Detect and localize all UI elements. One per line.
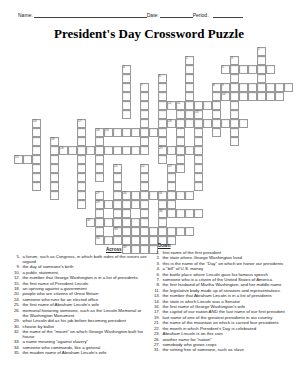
clue-text: the maiden name of Abraham Lincoln's wif… [23, 350, 148, 355]
grid-cell [104, 218, 113, 227]
clue-text: the number that George Washington is in … [23, 275, 148, 280]
clue-number: 10. [10, 270, 23, 275]
grid-cell [104, 236, 113, 245]
grid-cell [185, 83, 194, 92]
grid-cell [149, 227, 158, 236]
grid-cell [176, 119, 185, 128]
clue-item: 33.a name meaning "against slavery" [10, 339, 147, 344]
clue-text: someone who is a citizen of the United S… [163, 277, 297, 282]
clue-item: 1.first name of the first president [150, 250, 296, 255]
cell-number: 15 [15, 156, 19, 159]
grid-cell [176, 209, 185, 218]
date-blank-line [160, 11, 193, 18]
cell-number: 5 [222, 66, 224, 69]
grid-cell [77, 128, 86, 137]
grid-cell [140, 128, 149, 137]
clue-number: 25. [10, 302, 23, 307]
cell-number: 3 [231, 57, 233, 60]
clue-item: 10.a public statement, [10, 270, 147, 275]
grid-cell [131, 128, 140, 137]
clue-item: 7.someone who is a citizen of the United… [150, 277, 296, 282]
clue-item: 16.the first name of George Washington's… [150, 304, 296, 309]
grid-cell [113, 209, 122, 218]
grid-cell [257, 74, 266, 83]
grid-cell [158, 128, 167, 137]
grid-cell [212, 110, 221, 119]
grid-cell [284, 83, 293, 92]
clue-item: 15.the first name of President Lincoln [10, 281, 147, 286]
grid-cell [77, 137, 86, 146]
grid-cell [257, 56, 266, 65]
grid-cell [167, 182, 176, 191]
clue-text: memorial honoring someone, such as the L… [23, 308, 148, 318]
cell-number: 17 [78, 120, 82, 123]
clue-number: 27. [150, 342, 163, 347]
grid-cell [230, 74, 239, 83]
grid-cell [140, 146, 149, 155]
grid-cell [122, 92, 131, 101]
grid-cell [266, 92, 275, 101]
clue-item: 31.the setting free of someone, such as … [150, 347, 296, 352]
grid-cell [32, 146, 41, 155]
grid-cell [140, 191, 149, 200]
cell-number: 2 [186, 57, 188, 60]
clue-text: the battle place where Lincoln gave his … [163, 272, 297, 277]
grid-cell [68, 146, 77, 155]
clue-number: 7. [150, 277, 163, 282]
clue-item: 9.the day of someone's birth [10, 264, 147, 269]
clue-item: 26.another name for "nation" [150, 337, 296, 342]
grid-cell [185, 92, 194, 101]
cell-number: 33 [114, 228, 118, 231]
grid-cell [122, 83, 131, 92]
grid-cell [113, 236, 122, 245]
grid-cell [194, 209, 203, 218]
page-title: President's Day Crossword Puzzle [0, 26, 298, 42]
clue-number: 33. [10, 339, 23, 344]
grid-cell [131, 236, 140, 245]
grid-cell [158, 101, 167, 110]
grid-cell [77, 155, 86, 164]
grid-cell [140, 101, 149, 110]
grid-cell [194, 164, 203, 173]
grid-cell [149, 191, 158, 200]
grid-cell [221, 119, 230, 128]
grid-cell [275, 83, 284, 92]
grid-cell [50, 155, 59, 164]
cell-number: 26 [123, 192, 127, 195]
grid-cell [185, 146, 194, 155]
grid-cell [32, 164, 41, 173]
clue-item: 26.memorial honoring someone, such as th… [10, 308, 147, 318]
grid-cell [248, 92, 257, 101]
grid-cell [176, 164, 185, 173]
grid-cell [239, 83, 248, 92]
clue-number: 21. [150, 320, 163, 325]
grid-cell [131, 191, 140, 200]
grid-cell [140, 110, 149, 119]
clue-text: a "bill" of U.S. money [163, 266, 297, 271]
cell-number: 29 [96, 201, 100, 204]
cell-number: 32 [87, 219, 91, 222]
down-header: Down [158, 243, 296, 248]
grid-cell [185, 119, 194, 128]
grid-cell [176, 191, 185, 200]
grid-cell [149, 128, 158, 137]
cell-number: 7 [141, 84, 143, 87]
grid-cell [122, 209, 131, 218]
clue-item: 13.the number that Abraham Lincoln is in… [150, 293, 296, 298]
clue-text: someone who commands, like a general [23, 345, 148, 350]
grid-cell [122, 110, 131, 119]
cell-number: 8 [213, 84, 215, 87]
clue-text: the first name of Abraham Lincoln's wife [23, 302, 148, 307]
grid-cell [95, 164, 104, 173]
clue-item: 25.the first name of Abraham Lincoln's w… [10, 302, 147, 307]
grid-cell [176, 227, 185, 236]
clue-item: 24.someone who runs for an elected offic… [10, 297, 147, 302]
grid-cell [167, 146, 176, 155]
clue-text: the first name of President Lincoln [23, 281, 148, 286]
grid-cell [50, 191, 59, 200]
grid-cell [167, 209, 176, 218]
grid-cell [212, 92, 221, 101]
grid-cell [113, 200, 122, 209]
clue-number: 32. [10, 329, 23, 339]
grid-cell [167, 173, 176, 182]
grid-cell [194, 182, 203, 191]
clue-number: 4. [150, 266, 163, 271]
grid-cell [176, 110, 185, 119]
grid-cell [131, 146, 140, 155]
grid-cell [95, 227, 104, 236]
grid-cell [158, 92, 167, 101]
grid-cell [122, 200, 131, 209]
grid-cell [122, 227, 131, 236]
grid-cell [113, 218, 122, 227]
cell-number: 11 [177, 102, 180, 105]
crossword-grid: 1234567891011121314151617181920212223242… [14, 47, 294, 255]
grid-cell [122, 236, 131, 245]
grid-cell [140, 137, 149, 146]
grid-cell [77, 191, 86, 200]
grid-cell [77, 164, 86, 173]
clue-text: the first name of George Washington's wi… [163, 304, 297, 309]
clue-number: 23. [150, 331, 163, 336]
clue-item: 3.this is the name of the "Day" on which… [150, 261, 296, 266]
grid-cell [248, 83, 257, 92]
grid-cell [257, 83, 266, 92]
clue-number: 3. [150, 261, 163, 266]
grid-cell [176, 155, 185, 164]
grid-cell [185, 227, 194, 236]
cell-number: 21 [114, 165, 118, 168]
grid-cell [140, 236, 149, 245]
grid-cell [140, 200, 149, 209]
grid-cell [32, 173, 41, 182]
grid-cell [212, 101, 221, 110]
grid-cell [140, 182, 149, 191]
clue-item: 22.the month in which President's Day is… [150, 326, 296, 331]
clue-text: the name of the mountain on which is car… [163, 320, 297, 325]
grid-cell [50, 182, 59, 191]
grid-cell [122, 128, 131, 137]
grid-cell [32, 128, 41, 137]
grid-cell [158, 218, 167, 227]
clue-number: 6. [150, 272, 163, 277]
grid-cell [194, 173, 203, 182]
grid-cell [185, 209, 194, 218]
grid-cell [185, 110, 194, 119]
cell-number: 31 [159, 192, 163, 195]
period-blank-line [213, 11, 243, 18]
clue-number: 5. [10, 254, 23, 264]
grid-cell [230, 128, 239, 137]
grid-cell [176, 128, 185, 137]
clue-text: a public statement, [23, 270, 148, 275]
clue-text: someone who runs for an elected office [23, 297, 148, 302]
grid-cell [131, 227, 140, 236]
clue-number: 18. [10, 286, 23, 291]
grid-cell [275, 92, 284, 101]
clue-number: 1. [150, 250, 163, 255]
clue-text: this is the name of the "Day" on which w… [163, 261, 297, 266]
grid-cell [185, 65, 194, 74]
grid-cell [167, 200, 176, 209]
grid-cell [257, 65, 266, 74]
grid-cell [230, 83, 239, 92]
grid-cell [194, 146, 203, 155]
grid-cell [185, 191, 194, 200]
clue-number: 9. [10, 264, 23, 269]
cell-number: 24 [60, 147, 64, 150]
clue-item: 12.the number that George Washington is … [10, 275, 147, 280]
grid-cell [239, 92, 248, 101]
grid-cell [176, 137, 185, 146]
clue-item: 4.a "bill" of U.S. money [150, 266, 296, 271]
across-clue-list: Across 5.a forum, such as Congress, in w… [10, 247, 147, 356]
clue-text: people who are citizens of Great Britain [23, 291, 148, 296]
grid-cell [50, 164, 59, 173]
cell-number: 6 [159, 75, 161, 78]
clue-text: the capitol of our nation AND the last n… [163, 309, 297, 314]
grid-cell [140, 92, 149, 101]
cell-number: 4 [123, 66, 125, 69]
grid-cell [248, 65, 257, 74]
grid-cell [230, 92, 239, 101]
grid-cell [158, 200, 167, 209]
grid-cell [122, 146, 131, 155]
cell-number: 10 [222, 93, 226, 96]
clue-text: choose by ballot [23, 324, 148, 329]
grid-cell [86, 146, 95, 155]
clue-item: 19.last name of one of the greatest pres… [150, 315, 296, 320]
cell-number: 25 [159, 147, 163, 150]
cell-number: 18 [168, 120, 172, 123]
grid-cell [230, 137, 239, 146]
grid-cell [95, 209, 104, 218]
grid-cell [266, 83, 275, 92]
grid-cell [95, 173, 104, 182]
grid-cell [158, 227, 167, 236]
grid-cell [77, 173, 86, 182]
grid-cell [23, 155, 32, 164]
grid-cell [176, 146, 185, 155]
clue-number: 16. [150, 304, 163, 309]
grid-cell [257, 92, 266, 101]
clue-item: 29.what Lincoln did as his job before be… [10, 318, 147, 323]
clue-item: 8.the first husband of Martha Washington… [150, 282, 296, 287]
clue-item: 21.the name of the mountain on which is … [150, 320, 296, 325]
grid-cell [266, 65, 275, 74]
grid-cell [230, 65, 239, 74]
grid-cell [140, 173, 149, 182]
grid-cell [158, 110, 167, 119]
clue-text: what Lincoln did as his job before becom… [23, 318, 148, 323]
down-clue-list: Down 1.first name of the first president… [150, 243, 296, 353]
grid-cell [230, 119, 239, 128]
grid-cell [77, 200, 86, 209]
clue-number: 26. [150, 337, 163, 342]
grid-cell [239, 65, 248, 74]
clue-number: 12. [10, 275, 23, 280]
grid-cell [122, 101, 131, 110]
cell-number: 35 [123, 246, 127, 249]
clue-number: 19. [150, 315, 163, 320]
grid-cell [203, 101, 212, 110]
clue-text: last name of one of the greatest preside… [163, 315, 297, 320]
grid-cell [239, 119, 248, 128]
clue-number: 8. [150, 282, 163, 287]
grid-cell [113, 173, 122, 182]
grid-cell [32, 155, 41, 164]
grid-cell [50, 146, 59, 155]
grid-cell [113, 146, 122, 155]
grid-cell [140, 209, 149, 218]
cell-number: 30 [159, 210, 163, 213]
clue-text: first name of the first president [163, 250, 297, 255]
clue-text: the setting free of someone, such as sla… [163, 347, 297, 352]
grid-cell [95, 137, 104, 146]
grid-cell [140, 227, 149, 236]
clue-text: the state in which Lincoln was a Senator [163, 299, 297, 304]
grid-cell [122, 218, 131, 227]
grid-cell [158, 119, 167, 128]
grid-cell [140, 218, 149, 227]
clue-item: 2.the state where George Washington live… [150, 255, 296, 260]
clue-number: 35. [10, 350, 23, 355]
grid-cell [185, 101, 194, 110]
period-label: Period: [193, 13, 210, 18]
grid-cell [32, 137, 41, 146]
clue-item: 32.the name of the "mount" on which Geor… [10, 329, 147, 339]
clue-item: 23.Abraham Lincoln is on this coin [150, 331, 296, 336]
grid-cell [95, 218, 104, 227]
grid-cell [158, 83, 167, 92]
clue-item: 34.someone who commands, like a general [10, 345, 147, 350]
clue-item: 27.somebody who grows crops [150, 342, 296, 347]
grid-cell [158, 155, 167, 164]
grid-cell [194, 101, 203, 110]
clue-item: 11.the legislative body made up of senat… [150, 288, 296, 293]
grid-cell [32, 182, 41, 191]
grid-cell [167, 191, 176, 200]
clue-number: 2. [150, 255, 163, 260]
grid-cell [185, 74, 194, 83]
cell-number: 16 [96, 129, 100, 132]
cell-number: 23 [168, 165, 172, 168]
clue-item: 14.the state in which Lincoln was a Sena… [150, 299, 296, 304]
cell-number: 19 [51, 138, 55, 141]
grid-cell [131, 200, 140, 209]
clue-text: the day of someone's birth [23, 264, 148, 269]
clue-text: the state where George Washington lived [163, 255, 297, 260]
grid-cell [194, 119, 203, 128]
cell-number: 22 [141, 165, 145, 168]
clue-item: 17.the capitol of our nation AND the las… [150, 309, 296, 314]
grid-cell [167, 227, 176, 236]
grid-cell [104, 146, 113, 155]
clue-item: 20.people who are citizens of Great Brit… [10, 291, 147, 296]
clue-number: 26. [10, 308, 23, 318]
grid-cell [131, 218, 140, 227]
clue-number: 13. [150, 293, 163, 298]
grid-cell [194, 137, 203, 146]
down-clues: 1.first name of the first president2.the… [150, 250, 296, 353]
clue-number: 34. [10, 345, 23, 350]
grid-cell [77, 146, 86, 155]
clue-text: an uprising against a government [23, 286, 148, 291]
clue-number: 20. [10, 291, 23, 296]
cell-number: 20 [105, 129, 109, 132]
name-label: Name: [18, 13, 34, 18]
grid-cell [203, 119, 212, 128]
clue-text: the month in which President's Day is ce… [163, 326, 297, 331]
worksheet-header: Name: Date: Period: [18, 11, 250, 18]
clue-text: a forum, such as Congress, in which both… [23, 254, 148, 264]
clue-number: 24. [10, 297, 23, 302]
grid-cell [113, 191, 122, 200]
worksheet-page: Name: Date: Period: President's Day Cros… [0, 0, 298, 386]
grid-cell [122, 74, 131, 83]
name-blank-line [34, 11, 147, 18]
cell-number: 13 [195, 111, 199, 114]
across-clues: 5.a forum, such as Congress, in which bo… [10, 254, 147, 355]
grid-cell [104, 200, 113, 209]
clue-text: another name for "nation" [163, 337, 297, 342]
grid-cell [140, 119, 149, 128]
grid-cell [113, 182, 122, 191]
clue-number: 22. [150, 326, 163, 331]
cell-number: 1 [258, 48, 260, 51]
date-label: Date: [147, 13, 160, 18]
clue-number: 11. [150, 288, 163, 293]
clue-text: the legislative body made up of senators… [163, 288, 297, 293]
grid-cell [158, 137, 167, 146]
clue-text: the number that Abraham Lincoln is in a … [163, 293, 297, 298]
clue-number: 15. [10, 281, 23, 286]
clue-item: 18.an uprising against a government [10, 286, 147, 291]
clue-number: 17. [150, 309, 163, 314]
grid-cell [230, 101, 239, 110]
grid-cell [50, 173, 59, 182]
clue-item: 30.choose by ballot [10, 324, 147, 329]
grid-cell [212, 128, 221, 137]
clue-number: 30. [10, 324, 23, 329]
clue-number: 14. [150, 299, 163, 304]
cell-number: 14 [33, 120, 37, 123]
grid-cell [95, 146, 104, 155]
